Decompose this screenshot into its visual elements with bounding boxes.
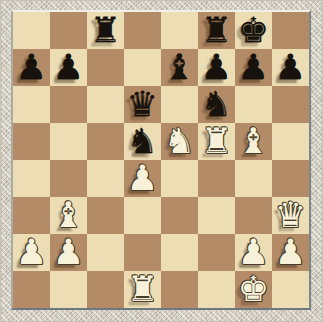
white-pawn[interactable]: ♟	[272, 234, 309, 271]
square-b2[interactable]: ♟	[50, 234, 87, 271]
square-g2[interactable]: ♟	[235, 234, 272, 271]
square-c7[interactable]	[87, 49, 124, 86]
square-c4[interactable]	[87, 160, 124, 197]
square-a4[interactable]	[13, 160, 50, 197]
square-a8[interactable]	[13, 12, 50, 49]
square-h2[interactable]: ♟	[272, 234, 309, 271]
square-b8[interactable]	[50, 12, 87, 49]
white-rook[interactable]: ♜	[198, 123, 235, 160]
square-e3[interactable]	[161, 197, 198, 234]
square-f6[interactable]: ♞	[198, 86, 235, 123]
square-g1[interactable]: ♚	[235, 271, 272, 308]
board-border: ♜♜♚♟♟♝♟♟♟♛♞♞♞♜♝♟♝♛♟♟♟♟♜♚	[11, 10, 311, 310]
white-pawn[interactable]: ♟	[235, 234, 272, 271]
white-king[interactable]: ♚	[235, 271, 272, 308]
square-f4[interactable]	[198, 160, 235, 197]
square-b1[interactable]	[50, 271, 87, 308]
square-c3[interactable]	[87, 197, 124, 234]
square-d4[interactable]: ♟	[124, 160, 161, 197]
square-e6[interactable]	[161, 86, 198, 123]
square-a7[interactable]: ♟	[13, 49, 50, 86]
square-e2[interactable]	[161, 234, 198, 271]
white-bishop[interactable]: ♝	[235, 123, 272, 160]
square-c1[interactable]	[87, 271, 124, 308]
square-c8[interactable]: ♜	[87, 12, 124, 49]
square-a1[interactable]	[13, 271, 50, 308]
square-c2[interactable]	[87, 234, 124, 271]
square-h6[interactable]	[272, 86, 309, 123]
square-g5[interactable]: ♝	[235, 123, 272, 160]
square-f3[interactable]	[198, 197, 235, 234]
black-pawn[interactable]: ♟	[235, 49, 272, 86]
square-f2[interactable]	[198, 234, 235, 271]
square-f7[interactable]: ♟	[198, 49, 235, 86]
square-d6[interactable]: ♛	[124, 86, 161, 123]
black-knight[interactable]: ♞	[124, 123, 161, 160]
square-f8[interactable]: ♜	[198, 12, 235, 49]
black-pawn[interactable]: ♟	[13, 49, 50, 86]
chess-app-window: ♜♜♚♟♟♝♟♟♟♛♞♞♞♜♝♟♝♛♟♟♟♟♜♚	[0, 0, 323, 322]
white-knight[interactable]: ♞	[161, 123, 198, 160]
black-king[interactable]: ♚	[235, 12, 272, 49]
square-g7[interactable]: ♟	[235, 49, 272, 86]
square-h8[interactable]	[272, 12, 309, 49]
square-a6[interactable]	[13, 86, 50, 123]
square-b4[interactable]	[50, 160, 87, 197]
square-g6[interactable]	[235, 86, 272, 123]
square-h3[interactable]: ♛	[272, 197, 309, 234]
square-d3[interactable]	[124, 197, 161, 234]
black-knight[interactable]: ♞	[198, 86, 235, 123]
square-a2[interactable]: ♟	[13, 234, 50, 271]
square-e4[interactable]	[161, 160, 198, 197]
black-pawn[interactable]: ♟	[198, 49, 235, 86]
chess-board: ♜♜♚♟♟♝♟♟♟♛♞♞♞♜♝♟♝♛♟♟♟♟♜♚	[13, 12, 309, 308]
square-h7[interactable]: ♟	[272, 49, 309, 86]
white-rook[interactable]: ♜	[124, 271, 161, 308]
square-d1[interactable]: ♜	[124, 271, 161, 308]
square-b3[interactable]: ♝	[50, 197, 87, 234]
white-queen[interactable]: ♛	[272, 197, 309, 234]
square-b7[interactable]: ♟	[50, 49, 87, 86]
black-rook[interactable]: ♜	[87, 12, 124, 49]
square-e7[interactable]: ♝	[161, 49, 198, 86]
board-frame: ♜♜♚♟♟♝♟♟♟♛♞♞♞♜♝♟♝♛♟♟♟♟♜♚	[0, 0, 323, 322]
square-g4[interactable]	[235, 160, 272, 197]
white-pawn[interactable]: ♟	[50, 234, 87, 271]
square-d8[interactable]	[124, 12, 161, 49]
square-d7[interactable]	[124, 49, 161, 86]
white-pawn[interactable]: ♟	[13, 234, 50, 271]
black-pawn[interactable]: ♟	[272, 49, 309, 86]
square-f1[interactable]	[198, 271, 235, 308]
square-d5[interactable]: ♞	[124, 123, 161, 160]
black-queen[interactable]: ♛	[124, 86, 161, 123]
square-a5[interactable]	[13, 123, 50, 160]
square-c5[interactable]	[87, 123, 124, 160]
square-c6[interactable]	[87, 86, 124, 123]
square-g8[interactable]: ♚	[235, 12, 272, 49]
white-pawn[interactable]: ♟	[124, 160, 161, 197]
black-pawn[interactable]: ♟	[50, 49, 87, 86]
white-bishop[interactable]: ♝	[50, 197, 87, 234]
square-e1[interactable]	[161, 271, 198, 308]
square-f5[interactable]: ♜	[198, 123, 235, 160]
square-h1[interactable]	[272, 271, 309, 308]
square-h4[interactable]	[272, 160, 309, 197]
black-rook[interactable]: ♜	[198, 12, 235, 49]
square-e5[interactable]: ♞	[161, 123, 198, 160]
square-b6[interactable]	[50, 86, 87, 123]
square-a3[interactable]	[13, 197, 50, 234]
square-h5[interactable]	[272, 123, 309, 160]
square-b5[interactable]	[50, 123, 87, 160]
black-bishop[interactable]: ♝	[161, 49, 198, 86]
square-g3[interactable]	[235, 197, 272, 234]
square-e8[interactable]	[161, 12, 198, 49]
square-d2[interactable]	[124, 234, 161, 271]
